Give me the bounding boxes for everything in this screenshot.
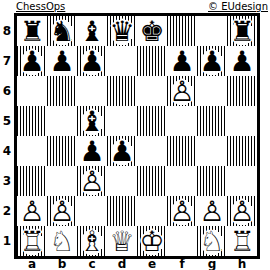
piece-black-rook: ♜ (227, 16, 257, 46)
piece-black-knight: ♞ (47, 16, 77, 46)
square-e6[interactable] (137, 76, 167, 106)
square-d4[interactable]: ♟ (107, 136, 137, 166)
piece-white-pawn: ♙ (167, 196, 197, 226)
square-b5[interactable] (47, 106, 77, 136)
board-area: 87654321 ♜♞♝♛♚♜♟♟♟♟♟♟♙♝♟♟♙♙♙♙♙♙♖♘♗♕♔♘♖ (0, 13, 270, 259)
square-a3[interactable] (17, 166, 47, 196)
board-grid: ♜♞♝♛♚♜♟♟♟♟♟♟♙♝♟♟♙♙♙♙♙♙♖♘♗♕♔♘♖ (14, 13, 260, 259)
square-f6[interactable]: ♙ (167, 76, 197, 106)
square-f7[interactable]: ♟ (167, 46, 197, 76)
file-label-g: g (197, 259, 227, 270)
rank-label-3: 3 (0, 166, 14, 196)
piece-white-rook: ♖ (227, 226, 257, 256)
piece-white-bishop: ♗ (77, 226, 107, 256)
square-h5[interactable] (227, 106, 257, 136)
square-g4[interactable] (197, 136, 227, 166)
square-c4[interactable]: ♟ (77, 136, 107, 166)
piece-black-bishop: ♝ (77, 16, 107, 46)
square-c2[interactable] (77, 196, 107, 226)
piece-black-pawn: ♟ (167, 46, 197, 76)
piece-white-pawn: ♙ (167, 76, 197, 106)
square-a1[interactable]: ♖ (17, 226, 47, 256)
square-e7[interactable] (137, 46, 167, 76)
square-d7[interactable] (107, 46, 137, 76)
square-g2[interactable]: ♙ (197, 196, 227, 226)
piece-black-queen: ♛ (107, 16, 137, 46)
piece-black-pawn: ♟ (227, 46, 257, 76)
square-b6[interactable] (47, 76, 77, 106)
piece-white-king: ♔ (137, 226, 167, 256)
square-h3[interactable] (227, 166, 257, 196)
square-h7[interactable]: ♟ (227, 46, 257, 76)
square-a4[interactable] (17, 136, 47, 166)
rank-label-5: 5 (0, 106, 14, 136)
file-label-a: a (17, 259, 47, 270)
square-e3[interactable] (137, 166, 167, 196)
square-d1[interactable]: ♕ (107, 226, 137, 256)
square-g3[interactable] (197, 166, 227, 196)
rank-label-4: 4 (0, 136, 14, 166)
file-label-d: d (107, 259, 137, 270)
square-f3[interactable] (167, 166, 197, 196)
rank-label-2: 2 (0, 196, 14, 226)
header: ChessOps © EUdesign (0, 0, 270, 13)
square-h2[interactable]: ♙ (227, 196, 257, 226)
square-c6[interactable] (77, 76, 107, 106)
square-a6[interactable] (17, 76, 47, 106)
square-d5[interactable] (107, 106, 137, 136)
square-a2[interactable]: ♙ (17, 196, 47, 226)
app-title: ChessOps (16, 1, 65, 12)
square-e4[interactable] (137, 136, 167, 166)
square-b1[interactable]: ♘ (47, 226, 77, 256)
rank-label-7: 7 (0, 46, 14, 76)
square-h6[interactable] (227, 76, 257, 106)
square-f8[interactable] (167, 16, 197, 46)
square-h1[interactable]: ♖ (227, 226, 257, 256)
piece-white-pawn: ♙ (47, 196, 77, 226)
rank-label-1: 1 (0, 226, 14, 256)
square-d3[interactable] (107, 166, 137, 196)
square-c5[interactable]: ♝ (77, 106, 107, 136)
square-g8[interactable] (197, 16, 227, 46)
piece-white-knight: ♘ (47, 226, 77, 256)
square-c1[interactable]: ♗ (77, 226, 107, 256)
piece-black-pawn: ♟ (197, 46, 227, 76)
piece-black-pawn: ♟ (17, 46, 47, 76)
square-c7[interactable]: ♟ (77, 46, 107, 76)
file-label-h: h (227, 259, 257, 270)
square-e1[interactable]: ♔ (137, 226, 167, 256)
rank-label-6: 6 (0, 76, 14, 106)
piece-white-pawn: ♙ (197, 196, 227, 226)
piece-black-pawn: ♟ (107, 136, 137, 166)
square-b8[interactable]: ♞ (47, 16, 77, 46)
square-f4[interactable] (167, 136, 197, 166)
square-g7[interactable]: ♟ (197, 46, 227, 76)
rank-label-8: 8 (0, 16, 14, 46)
piece-black-pawn: ♟ (47, 46, 77, 76)
square-d6[interactable] (107, 76, 137, 106)
square-g1[interactable]: ♘ (197, 226, 227, 256)
square-e2[interactable] (137, 196, 167, 226)
square-f2[interactable]: ♙ (167, 196, 197, 226)
file-labels: abcdefgh (14, 259, 260, 270)
file-label-f: f (167, 259, 197, 270)
piece-white-pawn: ♙ (227, 196, 257, 226)
piece-white-queen: ♕ (107, 226, 137, 256)
square-f5[interactable] (167, 106, 197, 136)
piece-black-rook: ♜ (17, 16, 47, 46)
square-c8[interactable]: ♝ (77, 16, 107, 46)
piece-white-pawn: ♙ (77, 166, 107, 196)
piece-white-rook: ♖ (17, 226, 47, 256)
square-a7[interactable]: ♟ (17, 46, 47, 76)
rank-labels: 87654321 (0, 13, 14, 259)
square-g5[interactable] (197, 106, 227, 136)
square-b7[interactable]: ♟ (47, 46, 77, 76)
piece-black-king: ♚ (137, 16, 167, 46)
square-g6[interactable] (197, 76, 227, 106)
piece-black-pawn: ♟ (77, 46, 107, 76)
square-e8[interactable]: ♚ (137, 16, 167, 46)
square-d8[interactable]: ♛ (107, 16, 137, 46)
piece-white-pawn: ♙ (17, 196, 47, 226)
credit-text: © EUdesign (208, 1, 268, 12)
square-h8[interactable]: ♜ (227, 16, 257, 46)
square-a5[interactable] (17, 106, 47, 136)
square-a8[interactable]: ♜ (17, 16, 47, 46)
square-b4[interactable] (47, 136, 77, 166)
square-f1[interactable] (167, 226, 197, 256)
square-d2[interactable] (107, 196, 137, 226)
piece-black-pawn: ♟ (77, 136, 107, 166)
piece-white-knight: ♘ (197, 226, 227, 256)
piece-black-bishop: ♝ (77, 106, 107, 136)
file-label-b: b (47, 259, 77, 270)
square-b2[interactable]: ♙ (47, 196, 77, 226)
file-label-c: c (77, 259, 107, 270)
square-c3[interactable]: ♙ (77, 166, 107, 196)
square-e5[interactable] (137, 106, 167, 136)
square-h4[interactable] (227, 136, 257, 166)
square-b3[interactable] (47, 166, 77, 196)
file-label-e: e (137, 259, 167, 270)
